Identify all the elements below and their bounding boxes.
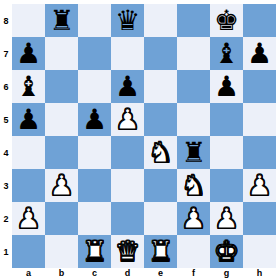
- square-g3[interactable]: [210, 169, 243, 202]
- square-h7[interactable]: ♟: [243, 37, 276, 70]
- rank-label-1: 1: [0, 235, 12, 268]
- square-a1[interactable]: [12, 235, 45, 268]
- square-e3[interactable]: [144, 169, 177, 202]
- square-b8[interactable]: ♜: [45, 4, 78, 37]
- square-e4[interactable]: ♞: [144, 136, 177, 169]
- square-b7[interactable]: [45, 37, 78, 70]
- square-d2[interactable]: [111, 202, 144, 235]
- square-g4[interactable]: [210, 136, 243, 169]
- square-g8[interactable]: ♚: [210, 4, 243, 37]
- square-c4[interactable]: [78, 136, 111, 169]
- white-pawn[interactable]: ♟: [181, 202, 206, 235]
- square-g5[interactable]: [210, 103, 243, 136]
- white-rook[interactable]: ♜: [148, 235, 173, 268]
- square-c1[interactable]: ♜: [78, 235, 111, 268]
- square-d8[interactable]: ♛: [111, 4, 144, 37]
- square-h6[interactable]: [243, 70, 276, 103]
- file-label-h: h: [243, 266, 276, 279]
- square-d1[interactable]: ♛: [111, 235, 144, 268]
- black-pawn[interactable]: ♟: [115, 70, 140, 103]
- chess-board: ♜♛♚♟♝♟♝♟♟♟♟♟♞♜♟♞♟♟♟♟♜♛♜♚: [12, 4, 276, 268]
- white-pawn[interactable]: ♟: [214, 202, 239, 235]
- rank-label-4: 4: [0, 136, 12, 169]
- black-pawn[interactable]: ♟: [16, 103, 41, 136]
- black-pawn[interactable]: ♟: [16, 37, 41, 70]
- square-h1[interactable]: [243, 235, 276, 268]
- square-g6[interactable]: ♟: [210, 70, 243, 103]
- square-b5[interactable]: [45, 103, 78, 136]
- white-king[interactable]: ♚: [214, 235, 239, 268]
- black-bishop[interactable]: ♝: [214, 37, 239, 70]
- black-rook[interactable]: ♜: [49, 4, 74, 37]
- file-label-b: b: [45, 266, 78, 279]
- white-rook[interactable]: ♜: [82, 235, 107, 268]
- square-e5[interactable]: [144, 103, 177, 136]
- square-e1[interactable]: ♜: [144, 235, 177, 268]
- square-c6[interactable]: [78, 70, 111, 103]
- white-pawn[interactable]: ♟: [115, 103, 140, 136]
- square-g2[interactable]: ♟: [210, 202, 243, 235]
- white-knight[interactable]: ♞: [148, 136, 173, 169]
- square-h2[interactable]: [243, 202, 276, 235]
- square-c7[interactable]: [78, 37, 111, 70]
- square-d3[interactable]: [111, 169, 144, 202]
- square-f2[interactable]: ♟: [177, 202, 210, 235]
- chess-board-panel: 87654321 ♜♛♚♟♝♟♝♟♟♟♟♟♞♜♟♞♟♟♟♟♜♛♜♚ abcdef…: [0, 0, 280, 280]
- square-h3[interactable]: ♟: [243, 169, 276, 202]
- square-f1[interactable]: [177, 235, 210, 268]
- rank-label-2: 2: [0, 202, 12, 235]
- square-e2[interactable]: [144, 202, 177, 235]
- black-pawn[interactable]: ♟: [214, 70, 239, 103]
- file-label-e: e: [144, 266, 177, 279]
- rank-label-3: 3: [0, 169, 12, 202]
- square-g1[interactable]: ♚: [210, 235, 243, 268]
- square-d6[interactable]: ♟: [111, 70, 144, 103]
- rank-label-5: 5: [0, 103, 12, 136]
- square-d4[interactable]: [111, 136, 144, 169]
- square-d7[interactable]: [111, 37, 144, 70]
- square-f7[interactable]: [177, 37, 210, 70]
- square-h5[interactable]: [243, 103, 276, 136]
- square-h8[interactable]: [243, 4, 276, 37]
- rank-label-6: 6: [0, 70, 12, 103]
- square-a4[interactable]: [12, 136, 45, 169]
- white-pawn[interactable]: ♟: [49, 169, 74, 202]
- square-b3[interactable]: ♟: [45, 169, 78, 202]
- square-c5[interactable]: ♟: [78, 103, 111, 136]
- square-e7[interactable]: [144, 37, 177, 70]
- square-b6[interactable]: [45, 70, 78, 103]
- black-rook[interactable]: ♜: [181, 136, 206, 169]
- square-a8[interactable]: [12, 4, 45, 37]
- black-queen[interactable]: ♛: [115, 4, 140, 37]
- square-b2[interactable]: [45, 202, 78, 235]
- square-h4[interactable]: [243, 136, 276, 169]
- rank-labels: 87654321: [0, 4, 12, 268]
- square-c2[interactable]: [78, 202, 111, 235]
- square-b4[interactable]: [45, 136, 78, 169]
- square-e6[interactable]: [144, 70, 177, 103]
- file-label-a: a: [12, 266, 45, 279]
- file-label-d: d: [111, 266, 144, 279]
- square-f4[interactable]: ♜: [177, 136, 210, 169]
- white-queen[interactable]: ♛: [115, 235, 140, 268]
- square-d5[interactable]: ♟: [111, 103, 144, 136]
- white-pawn[interactable]: ♟: [16, 202, 41, 235]
- square-a2[interactable]: ♟: [12, 202, 45, 235]
- square-a7[interactable]: ♟: [12, 37, 45, 70]
- file-label-f: f: [177, 266, 210, 279]
- square-c8[interactable]: [78, 4, 111, 37]
- square-e8[interactable]: [144, 4, 177, 37]
- rank-label-8: 8: [0, 4, 12, 37]
- square-g7[interactable]: ♝: [210, 37, 243, 70]
- square-f6[interactable]: [177, 70, 210, 103]
- rank-label-7: 7: [0, 37, 12, 70]
- black-pawn[interactable]: ♟: [247, 37, 272, 70]
- white-knight[interactable]: ♞: [181, 169, 206, 202]
- square-c3[interactable]: [78, 169, 111, 202]
- black-pawn[interactable]: ♟: [82, 103, 107, 136]
- square-a5[interactable]: ♟: [12, 103, 45, 136]
- black-bishop[interactable]: ♝: [16, 70, 41, 103]
- square-b1[interactable]: [45, 235, 78, 268]
- file-label-c: c: [78, 266, 111, 279]
- square-f3[interactable]: ♞: [177, 169, 210, 202]
- white-pawn[interactable]: ♟: [247, 169, 272, 202]
- black-king[interactable]: ♚: [214, 4, 239, 37]
- square-a6[interactable]: ♝: [12, 70, 45, 103]
- square-f8[interactable]: [177, 4, 210, 37]
- square-a3[interactable]: [12, 169, 45, 202]
- square-f5[interactable]: [177, 103, 210, 136]
- file-label-g: g: [210, 266, 243, 279]
- file-labels: abcdefgh: [12, 266, 276, 279]
